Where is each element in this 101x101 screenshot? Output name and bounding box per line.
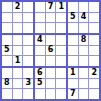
sudoku-cell-r2c3[interactable]: [23, 13, 33, 23]
sudoku-cell-r3c1[interactable]: [2, 23, 12, 33]
sudoku-cell-r6c1[interactable]: [2, 56, 12, 66]
sudoku-cell-r3c8[interactable]: [79, 23, 89, 33]
sudoku-cell-r7c7[interactable]: 1: [68, 68, 78, 78]
sudoku-cell-r6c5[interactable]: [46, 56, 56, 66]
sudoku-cell-r1c9[interactable]: [89, 2, 99, 12]
sudoku-cell-r3c9[interactable]: [89, 23, 99, 33]
sudoku-cell-r4c9[interactable]: [89, 35, 99, 45]
sudoku-cell-r4c8[interactable]: 8: [79, 35, 89, 45]
sudoku-cell-r6c9[interactable]: [89, 56, 99, 66]
sudoku-cell-r5c3[interactable]: [23, 46, 33, 56]
sudoku-cell-r2c9[interactable]: [89, 13, 99, 23]
sudoku-cell-r1c4[interactable]: [35, 2, 45, 12]
sudoku-cell-r4c7[interactable]: [68, 35, 78, 45]
sudoku-cell-r1c7[interactable]: [68, 2, 78, 12]
sudoku-cell-r8c8[interactable]: [79, 79, 89, 89]
sudoku-cell-r8c1[interactable]: 8: [2, 79, 12, 89]
sudoku-cell-r9c2[interactable]: [13, 89, 23, 99]
sudoku-cell-r6c8[interactable]: [79, 56, 89, 66]
sudoku-cell-r4c1[interactable]: [2, 35, 12, 45]
sudoku-cell-r5c4[interactable]: [35, 46, 45, 56]
sudoku-cell-r1c2[interactable]: 2: [13, 2, 23, 12]
sudoku-cell-r4c4[interactable]: 4: [35, 35, 45, 45]
sudoku-cell-r1c5[interactable]: 7: [46, 2, 56, 12]
sudoku-cell-r6c7[interactable]: [68, 56, 78, 66]
sudoku-cell-r6c6[interactable]: [56, 56, 66, 66]
sudoku-cell-r2c5[interactable]: [46, 13, 56, 23]
sudoku-cell-r3c4[interactable]: [35, 23, 45, 33]
sudoku-box-3: 54: [68, 2, 99, 33]
sudoku-cell-r8c4[interactable]: 5: [35, 79, 45, 89]
sudoku-box-5: 46: [35, 35, 66, 66]
sudoku-cell-r3c2[interactable]: [13, 23, 23, 33]
sudoku-cell-r9c9[interactable]: [89, 89, 99, 99]
sudoku-box-2: 71: [35, 2, 66, 33]
sudoku-cell-r1c6[interactable]: 1: [56, 2, 66, 12]
sudoku-cell-r6c3[interactable]: [23, 56, 33, 66]
sudoku-cell-r9c8[interactable]: [79, 89, 89, 99]
sudoku-cell-r3c7[interactable]: [68, 23, 78, 33]
sudoku-cell-r2c4[interactable]: [35, 13, 45, 23]
sudoku-cell-r5c9[interactable]: [89, 46, 99, 56]
sudoku-cell-r8c7[interactable]: [68, 79, 78, 89]
sudoku-cell-r9c7[interactable]: 7: [68, 89, 78, 99]
sudoku-cell-r5c7[interactable]: [68, 46, 78, 56]
sudoku-cell-r7c8[interactable]: [79, 68, 89, 78]
sudoku-cell-r5c1[interactable]: 5: [2, 46, 12, 56]
sudoku-cell-r4c5[interactable]: [46, 35, 56, 45]
sudoku-cell-r8c9[interactable]: [89, 79, 99, 89]
sudoku-cell-r2c8[interactable]: 4: [79, 13, 89, 23]
sudoku-cell-r2c1[interactable]: [2, 13, 12, 23]
sudoku-cell-r1c8[interactable]: [79, 2, 89, 12]
sudoku-cell-r9c1[interactable]: [2, 89, 12, 99]
sudoku-cell-r4c6[interactable]: [56, 35, 66, 45]
sudoku-box-7: 83: [2, 68, 33, 99]
sudoku-cell-r7c3[interactable]: [23, 68, 33, 78]
sudoku-cell-r7c9[interactable]: 2: [89, 68, 99, 78]
sudoku-cell-r9c4[interactable]: [35, 89, 45, 99]
sudoku-cell-r8c3[interactable]: 3: [23, 79, 33, 89]
sudoku-cell-r5c5[interactable]: 6: [46, 46, 56, 56]
sudoku-cell-r4c3[interactable]: [23, 35, 33, 45]
sudoku-cell-r9c3[interactable]: [23, 89, 33, 99]
sudoku-cell-r5c2[interactable]: [13, 46, 23, 56]
sudoku-cell-r7c1[interactable]: [2, 68, 12, 78]
sudoku-board: 27154514688365127: [0, 0, 101, 101]
sudoku-cell-r8c5[interactable]: [46, 79, 56, 89]
sudoku-cell-r6c2[interactable]: 1: [13, 56, 23, 66]
sudoku-cell-r5c8[interactable]: [79, 46, 89, 56]
sudoku-cell-r8c2[interactable]: [13, 79, 23, 89]
sudoku-cell-r5c6[interactable]: [56, 46, 66, 56]
sudoku-cell-r1c1[interactable]: [2, 2, 12, 12]
sudoku-box-9: 127: [68, 68, 99, 99]
sudoku-cell-r9c6[interactable]: [56, 89, 66, 99]
sudoku-cell-r3c6[interactable]: [56, 23, 66, 33]
sudoku-cell-r3c3[interactable]: [23, 23, 33, 33]
sudoku-cell-r2c2[interactable]: [13, 13, 23, 23]
sudoku-cell-r8c6[interactable]: [56, 79, 66, 89]
sudoku-cell-r6c4[interactable]: [35, 56, 45, 66]
sudoku-box-1: 2: [2, 2, 33, 33]
sudoku-cell-r7c2[interactable]: [13, 68, 23, 78]
sudoku-cell-r2c6[interactable]: [56, 13, 66, 23]
sudoku-cell-r2c7[interactable]: 5: [68, 13, 78, 23]
sudoku-cell-r1c3[interactable]: [23, 2, 33, 12]
sudoku-cell-r7c6[interactable]: [56, 68, 66, 78]
sudoku-box-6: 8: [68, 35, 99, 66]
sudoku-box-8: 65: [35, 68, 66, 99]
sudoku-box-4: 51: [2, 35, 33, 66]
sudoku-cell-r7c4[interactable]: 6: [35, 68, 45, 78]
sudoku-cell-r9c5[interactable]: [46, 89, 56, 99]
sudoku-cell-r4c2[interactable]: [13, 35, 23, 45]
sudoku-cell-r7c5[interactable]: [46, 68, 56, 78]
sudoku-cell-r3c5[interactable]: [46, 23, 56, 33]
